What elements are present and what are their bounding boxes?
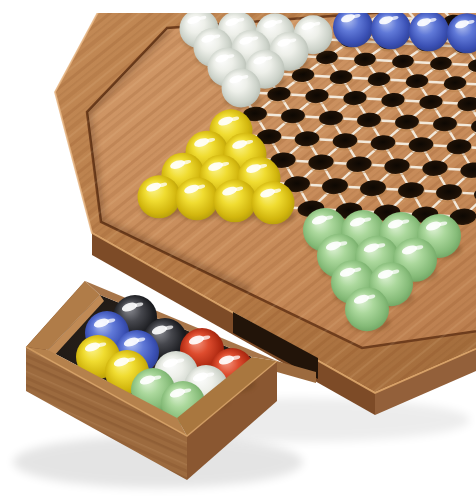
chinese-checkers-board-scene [0, 0, 476, 500]
photo-crop-strip [0, 0, 476, 13]
product-photo-stage [0, 0, 476, 500]
